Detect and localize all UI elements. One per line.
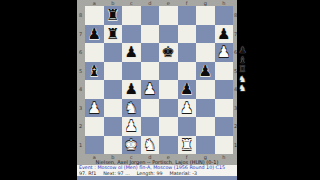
black-bishop: ♝ (85, 62, 104, 81)
black-pawn: ♟ (215, 25, 234, 44)
square-e6: ♚ (159, 43, 178, 62)
rank-label-2-right: 2 (233, 117, 238, 136)
square-g5: ♟ (196, 62, 215, 81)
rank-label-3-left: 3 (77, 99, 84, 118)
square-h1 (215, 136, 234, 155)
white-pawn: ♟ (141, 80, 160, 99)
square-b2 (104, 117, 123, 136)
square-e7 (159, 25, 178, 44)
material-difference-tray: ♟♝♜♞♞ (237, 46, 248, 94)
material-white-knight-icon: ♞ (238, 84, 246, 94)
square-f2 (178, 117, 197, 136)
square-a2 (85, 117, 104, 136)
square-a6 (85, 43, 104, 62)
black-pawn: ♟ (122, 80, 141, 99)
square-g7 (196, 25, 215, 44)
rank-label-1-right: 1 (233, 136, 238, 155)
square-e1 (159, 136, 178, 155)
square-b7: ♜ (104, 25, 123, 44)
square-b6 (104, 43, 123, 62)
square-a1 (85, 136, 104, 155)
square-d8 (141, 6, 160, 25)
rank-label-6-left: 6 (77, 43, 84, 62)
square-e2 (159, 117, 178, 136)
square-c1: ♚ (122, 136, 141, 155)
square-a4 (85, 80, 104, 99)
rank-label-8-left: 8 (77, 6, 84, 25)
rank-label-7-right: 7 (233, 25, 238, 44)
square-h6: ♟ (215, 43, 234, 62)
square-h3 (215, 99, 234, 118)
square-b3 (104, 99, 123, 118)
square-f4: ♟ (178, 80, 197, 99)
rank-label-4-left: 4 (77, 80, 84, 99)
square-g3 (196, 99, 215, 118)
square-f3: ♟ (178, 99, 197, 118)
black-pawn: ♟ (196, 62, 215, 81)
square-g2 (196, 117, 215, 136)
black-rook: ♜ (104, 6, 123, 25)
black-pawn: ♟ (85, 25, 104, 44)
square-e5 (159, 62, 178, 81)
square-f5 (178, 62, 197, 81)
white-pawn: ♟ (178, 99, 197, 118)
square-c6: ♟ (122, 43, 141, 62)
chess-board: ♜♟♜♟♟♚♟♝♟♟♟♟♟♞♟♟♚♞♜ (85, 6, 233, 154)
square-a3: ♟ (85, 99, 104, 118)
square-f6 (178, 43, 197, 62)
rank-label-3-right: 3 (233, 99, 238, 118)
rank-label-5-left: 5 (77, 62, 84, 81)
rank-label-2-left: 2 (77, 117, 84, 136)
square-h7: ♟ (215, 25, 234, 44)
square-h8 (215, 6, 234, 25)
white-pawn: ♟ (122, 117, 141, 136)
square-h4 (215, 80, 234, 99)
square-c7 (122, 25, 141, 44)
square-e3 (159, 99, 178, 118)
rank-label-1-left: 1 (77, 136, 84, 155)
black-king: ♚ (159, 43, 178, 62)
square-d7 (141, 25, 160, 44)
square-d6 (141, 43, 160, 62)
white-pawn: ♟ (85, 99, 104, 118)
black-pawn: ♟ (178, 80, 197, 99)
square-e4 (159, 80, 178, 99)
square-e8 (159, 6, 178, 25)
square-f8 (178, 6, 197, 25)
white-rook: ♜ (178, 136, 197, 155)
bottom-divider (77, 176, 237, 180)
game-info-box: Event : Moscow ol (Men) fin-A, Moscow (1… (77, 165, 237, 176)
white-knight: ♞ (141, 136, 160, 155)
square-f7 (178, 25, 197, 44)
square-d5 (141, 62, 160, 81)
rank-labels-left: 87654321 (77, 6, 84, 154)
square-f1: ♜ (178, 136, 197, 155)
square-g4 (196, 80, 215, 99)
chess-app-panel: abcdefgh 87654321 ♜♟♜♟♟♚♟♝♟♟♟♟♟♞♟♟♚♞♜ 87… (77, 0, 237, 180)
black-pawn: ♟ (122, 43, 141, 62)
square-c3: ♞ (122, 99, 141, 118)
square-a7: ♟ (85, 25, 104, 44)
square-h5 (215, 62, 234, 81)
square-c5 (122, 62, 141, 81)
square-h2 (215, 117, 234, 136)
rank-label-7-left: 7 (77, 25, 84, 44)
square-b4 (104, 80, 123, 99)
square-c8 (122, 6, 141, 25)
square-g8 (196, 6, 215, 25)
square-g1 (196, 136, 215, 155)
square-a8 (85, 6, 104, 25)
square-d1: ♞ (141, 136, 160, 155)
square-b8: ♜ (104, 6, 123, 25)
white-king: ♚ (122, 136, 141, 155)
square-d4: ♟ (141, 80, 160, 99)
square-b1 (104, 136, 123, 155)
video-frame: abcdefgh 87654321 ♜♟♜♟♟♚♟♝♟♟♟♟♟♞♟♟♚♞♜ 87… (0, 0, 320, 180)
square-b5 (104, 62, 123, 81)
square-d3 (141, 99, 160, 118)
square-g6 (196, 43, 215, 62)
black-rook: ♜ (104, 25, 123, 44)
square-c2: ♟ (122, 117, 141, 136)
square-c4: ♟ (122, 80, 141, 99)
white-knight: ♞ (122, 99, 141, 118)
white-pawn: ♟ (215, 43, 234, 62)
square-d2 (141, 117, 160, 136)
square-a5: ♝ (85, 62, 104, 81)
rank-label-8-right: 8 (233, 6, 238, 25)
